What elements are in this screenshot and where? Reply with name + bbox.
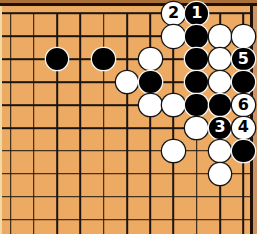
board-edge-extension xyxy=(69,231,92,234)
white-stone-Q18 xyxy=(162,25,185,48)
point-L16 xyxy=(46,71,69,94)
point-O15 xyxy=(115,94,138,117)
black-stone-T17: 5 xyxy=(232,48,255,71)
point-S18 xyxy=(208,25,231,48)
white-stone-T14: 4 xyxy=(232,117,255,140)
point-J12 xyxy=(0,162,22,185)
point-P16 xyxy=(139,71,162,94)
point-N18 xyxy=(92,25,115,48)
point-N14 xyxy=(92,116,115,139)
point-P18 xyxy=(139,25,162,48)
point-T14: 4 xyxy=(232,116,255,139)
point-M12 xyxy=(69,162,92,185)
point-R16 xyxy=(185,71,208,94)
point-S13 xyxy=(208,139,231,162)
white-stone-S13 xyxy=(209,140,232,163)
point-K11 xyxy=(22,185,45,208)
white-stone-S16 xyxy=(209,71,232,94)
point-Q16 xyxy=(162,71,185,94)
point-L12 xyxy=(46,162,69,185)
point-N13 xyxy=(92,139,115,162)
point-M13 xyxy=(69,139,92,162)
point-J15 xyxy=(0,94,22,117)
point-Q15 xyxy=(162,94,185,117)
point-M11 xyxy=(69,185,92,208)
board-edge-extension xyxy=(115,231,138,234)
point-P13 xyxy=(139,139,162,162)
point-S12 xyxy=(208,162,231,185)
point-S11 xyxy=(208,185,231,208)
move-number-label: 2 xyxy=(168,5,179,21)
point-N15 xyxy=(92,94,115,117)
point-R17 xyxy=(185,48,208,71)
point-M14 xyxy=(69,116,92,139)
point-R13 xyxy=(185,139,208,162)
black-stone-R15 xyxy=(185,94,208,117)
board-edge-extension xyxy=(0,231,22,234)
point-N10 xyxy=(92,208,115,231)
white-stone-R14 xyxy=(185,117,208,140)
move-number-label: 6 xyxy=(238,97,249,113)
point-K15 xyxy=(22,94,45,117)
point-L17 xyxy=(46,48,69,71)
black-stone-L17 xyxy=(46,48,69,71)
point-K13 xyxy=(22,139,45,162)
point-R11 xyxy=(185,185,208,208)
black-stone-P16 xyxy=(139,71,162,94)
point-L18 xyxy=(46,25,69,48)
point-O17 xyxy=(115,48,138,71)
white-stone-S12 xyxy=(209,163,232,186)
point-Q18 xyxy=(162,25,185,48)
point-N11 xyxy=(92,185,115,208)
point-S17 xyxy=(208,48,231,71)
white-stone-O16 xyxy=(116,71,139,94)
white-stone-Q13 xyxy=(162,140,185,163)
point-S16 xyxy=(208,71,231,94)
point-S14: 3 xyxy=(208,116,231,139)
point-S10 xyxy=(208,208,231,231)
point-J14 xyxy=(0,116,22,139)
point-Q14 xyxy=(162,116,185,139)
point-M16 xyxy=(69,71,92,94)
point-K10 xyxy=(22,208,45,231)
point-P14 xyxy=(139,116,162,139)
point-K17 xyxy=(22,48,45,71)
point-L14 xyxy=(46,116,69,139)
point-O11 xyxy=(115,185,138,208)
point-P10 xyxy=(139,208,162,231)
point-J18 xyxy=(0,25,22,48)
point-Q19: 2 xyxy=(162,2,185,25)
board-cut-left-strip xyxy=(0,0,2,234)
point-J16 xyxy=(0,71,22,94)
point-P12 xyxy=(139,162,162,185)
point-L11 xyxy=(46,185,69,208)
white-stone-Q19: 2 xyxy=(162,2,185,25)
point-M17 xyxy=(69,48,92,71)
point-O12 xyxy=(115,162,138,185)
point-P15 xyxy=(139,94,162,117)
point-L13 xyxy=(46,139,69,162)
black-stone-T16 xyxy=(232,71,255,94)
point-L15 xyxy=(46,94,69,117)
white-stone-T15: 6 xyxy=(232,94,255,117)
point-R14 xyxy=(185,116,208,139)
board-edge-extension xyxy=(208,231,231,234)
point-Q11 xyxy=(162,185,185,208)
point-O16 xyxy=(115,71,138,94)
point-M15 xyxy=(69,94,92,117)
point-N17 xyxy=(92,48,115,71)
move-number-label: 3 xyxy=(214,119,225,135)
black-stone-T13 xyxy=(232,140,255,163)
point-R10 xyxy=(185,208,208,231)
point-N16 xyxy=(92,71,115,94)
black-stone-N17 xyxy=(92,48,115,71)
point-K12 xyxy=(22,162,45,185)
board-edge-extension xyxy=(46,231,69,234)
move-number-label: 4 xyxy=(238,119,249,135)
point-N12 xyxy=(92,162,115,185)
point-Q17 xyxy=(162,48,185,71)
white-stone-Q15 xyxy=(162,94,185,117)
point-K18 xyxy=(22,25,45,48)
point-L10 xyxy=(46,208,69,231)
black-stone-S14: 3 xyxy=(209,117,232,140)
point-Q12 xyxy=(162,162,185,185)
move-number-label: 5 xyxy=(238,51,249,67)
point-O13 xyxy=(115,139,138,162)
point-J11 xyxy=(0,185,22,208)
point-R15 xyxy=(185,94,208,117)
board-edge-extension xyxy=(92,231,115,234)
point-R18 xyxy=(185,25,208,48)
black-stone-R18 xyxy=(185,25,208,48)
point-K14 xyxy=(22,116,45,139)
point-T18 xyxy=(232,25,255,48)
point-P17 xyxy=(139,48,162,71)
point-R12 xyxy=(185,162,208,185)
black-stone-R16 xyxy=(185,71,208,94)
point-R19: 1 xyxy=(185,2,208,25)
point-S15 xyxy=(208,94,231,117)
board-edge-extension xyxy=(162,231,185,234)
point-J17 xyxy=(0,48,22,71)
point-J13 xyxy=(0,139,22,162)
point-O18 xyxy=(115,25,138,48)
go-diagram: 215634 xyxy=(0,0,257,234)
point-T15: 6 xyxy=(232,94,255,117)
point-M10 xyxy=(69,208,92,231)
point-Q13 xyxy=(162,139,185,162)
white-stone-P17 xyxy=(139,48,162,71)
black-stone-R19: 1 xyxy=(185,2,208,25)
white-stone-S18 xyxy=(209,25,232,48)
move-number-label: 1 xyxy=(191,5,202,21)
point-O10 xyxy=(115,208,138,231)
point-K16 xyxy=(22,71,45,94)
board-edge-extension xyxy=(22,231,45,234)
point-J10 xyxy=(0,208,22,231)
point-O14 xyxy=(115,116,138,139)
point-T16 xyxy=(232,71,255,94)
white-stone-T18 xyxy=(232,25,255,48)
point-Q10 xyxy=(162,208,185,231)
point-M18 xyxy=(69,25,92,48)
white-stone-P15 xyxy=(139,94,162,117)
white-stone-S17 xyxy=(209,48,232,71)
black-stone-S15 xyxy=(209,94,232,117)
go-board: 215634 xyxy=(0,2,255,234)
board-edge-extension xyxy=(185,231,208,234)
board-edge-extension xyxy=(139,231,162,234)
black-stone-R17 xyxy=(185,48,208,71)
point-T13 xyxy=(232,139,255,162)
board-top-edge xyxy=(0,3,257,6)
point-P11 xyxy=(139,185,162,208)
